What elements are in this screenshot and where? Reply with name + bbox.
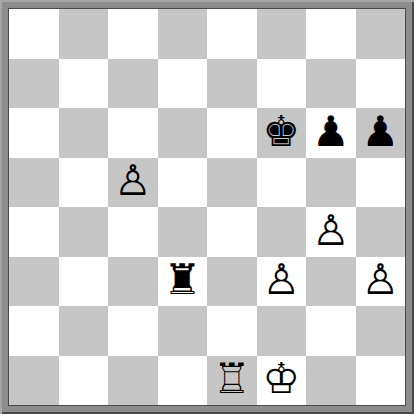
square-b5[interactable] (59, 158, 109, 208)
chess-diagram: ♚♟♟♙♙♜♙♙♖♔ (0, 0, 414, 414)
square-e8[interactable] (207, 9, 257, 59)
square-h3[interactable]: ♙ (356, 257, 406, 307)
square-h5[interactable] (356, 158, 406, 208)
square-g5[interactable] (306, 158, 356, 208)
square-f1[interactable]: ♔ (257, 356, 307, 406)
white-king[interactable]: ♔ (262, 358, 300, 400)
square-b6[interactable] (59, 108, 109, 158)
square-c8[interactable] (108, 9, 158, 59)
square-a3[interactable] (9, 257, 59, 307)
square-b3[interactable] (59, 257, 109, 307)
black-rook[interactable]: ♜ (163, 259, 201, 301)
square-h2[interactable] (356, 306, 406, 356)
square-h4[interactable] (356, 207, 406, 257)
square-d4[interactable] (158, 207, 208, 257)
white-pawn[interactable]: ♙ (262, 259, 300, 301)
square-e4[interactable] (207, 207, 257, 257)
square-d2[interactable] (158, 306, 208, 356)
square-g8[interactable] (306, 9, 356, 59)
square-b2[interactable] (59, 306, 109, 356)
square-h6[interactable]: ♟ (356, 108, 406, 158)
square-b1[interactable] (59, 356, 109, 406)
white-pawn[interactable]: ♙ (361, 259, 399, 301)
white-pawn[interactable]: ♙ (114, 160, 152, 202)
square-e2[interactable] (207, 306, 257, 356)
square-a6[interactable] (9, 108, 59, 158)
square-c2[interactable] (108, 306, 158, 356)
square-h1[interactable] (356, 356, 406, 406)
square-c5[interactable]: ♙ (108, 158, 158, 208)
square-d5[interactable] (158, 158, 208, 208)
square-d6[interactable] (158, 108, 208, 158)
square-f8[interactable] (257, 9, 307, 59)
square-g7[interactable] (306, 59, 356, 109)
square-c6[interactable] (108, 108, 158, 158)
square-f6[interactable]: ♚ (257, 108, 307, 158)
square-h7[interactable] (356, 59, 406, 109)
square-a4[interactable] (9, 207, 59, 257)
square-d7[interactable] (158, 59, 208, 109)
square-e5[interactable] (207, 158, 257, 208)
square-g2[interactable] (306, 306, 356, 356)
square-c3[interactable] (108, 257, 158, 307)
square-c1[interactable] (108, 356, 158, 406)
square-b7[interactable] (59, 59, 109, 109)
black-king[interactable]: ♚ (262, 111, 300, 153)
white-rook[interactable]: ♖ (213, 358, 251, 400)
white-pawn[interactable]: ♙ (312, 210, 350, 252)
chess-board: ♚♟♟♙♙♜♙♙♖♔ (9, 9, 405, 405)
square-d3[interactable]: ♜ (158, 257, 208, 307)
square-e3[interactable] (207, 257, 257, 307)
black-pawn[interactable]: ♟ (361, 111, 399, 153)
square-f2[interactable] (257, 306, 307, 356)
board-frame: ♚♟♟♙♙♜♙♙♖♔ (0, 0, 414, 414)
square-a1[interactable] (9, 356, 59, 406)
square-a5[interactable] (9, 158, 59, 208)
square-d8[interactable] (158, 9, 208, 59)
square-b8[interactable] (59, 9, 109, 59)
square-b4[interactable] (59, 207, 109, 257)
square-f3[interactable]: ♙ (257, 257, 307, 307)
square-a8[interactable] (9, 9, 59, 59)
square-g6[interactable]: ♟ (306, 108, 356, 158)
black-pawn[interactable]: ♟ (312, 111, 350, 153)
square-f5[interactable] (257, 158, 307, 208)
square-g4[interactable]: ♙ (306, 207, 356, 257)
square-e7[interactable] (207, 59, 257, 109)
square-d1[interactable] (158, 356, 208, 406)
square-a7[interactable] (9, 59, 59, 109)
square-h8[interactable] (356, 9, 406, 59)
square-g1[interactable] (306, 356, 356, 406)
square-c7[interactable] (108, 59, 158, 109)
square-g3[interactable] (306, 257, 356, 307)
square-c4[interactable] (108, 207, 158, 257)
square-e1[interactable]: ♖ (207, 356, 257, 406)
square-e6[interactable] (207, 108, 257, 158)
square-f7[interactable] (257, 59, 307, 109)
square-f4[interactable] (257, 207, 307, 257)
square-a2[interactable] (9, 306, 59, 356)
